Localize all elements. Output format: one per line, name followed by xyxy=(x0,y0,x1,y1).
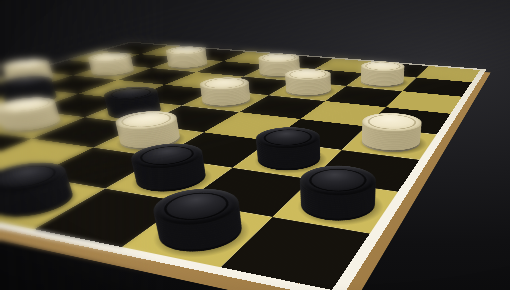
white-checker-piece[interactable] xyxy=(278,83,337,98)
board-square[interactable] xyxy=(402,78,471,97)
black-checker-piece[interactable] xyxy=(289,185,384,226)
white-checker-piece[interactable] xyxy=(354,130,426,155)
photo-stage xyxy=(0,0,510,290)
